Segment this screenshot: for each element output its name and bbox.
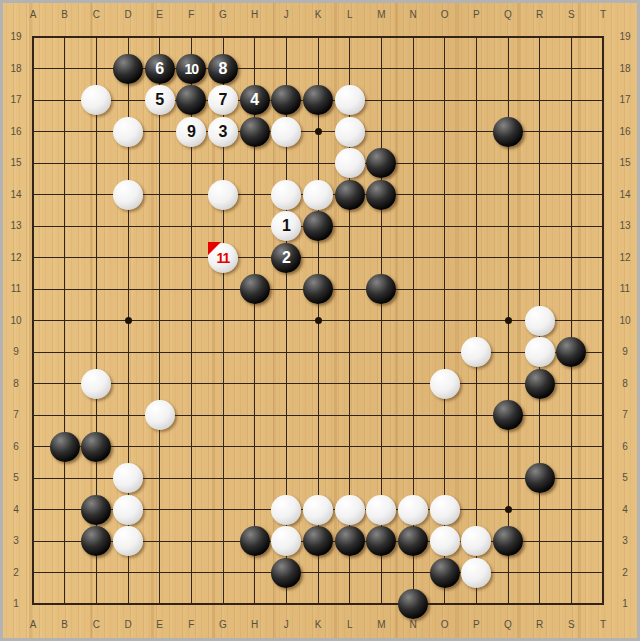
grid-line <box>571 36 572 605</box>
coord-label-row-18: 18 <box>614 63 636 75</box>
coord-label-col-T: T <box>592 9 614 21</box>
coord-label-row-12: 12 <box>5 252 27 264</box>
stone-black-E18: 6 <box>145 54 175 84</box>
stone-black-H17: 4 <box>240 85 270 115</box>
stone-white-G17: 7 <box>208 85 238 115</box>
coord-label-col-R: R <box>529 619 551 631</box>
coord-label-col-O: O <box>434 619 456 631</box>
coord-label-col-L: L <box>339 619 361 631</box>
stone-black-C3 <box>81 526 111 556</box>
stone-white-L16 <box>335 117 365 147</box>
coord-label-row-2: 2 <box>5 567 27 579</box>
move-number-8: 8 <box>208 54 238 84</box>
coord-label-row-14: 14 <box>614 189 636 201</box>
coord-label-col-S: S <box>560 9 582 21</box>
coord-label-row-19: 19 <box>5 31 27 43</box>
stone-black-M3 <box>366 526 396 556</box>
stone-white-D14 <box>113 180 143 210</box>
grid-line <box>32 446 604 447</box>
coord-label-row-7: 7 <box>5 409 27 421</box>
stone-white-R9 <box>525 337 555 367</box>
coord-label-row-5: 5 <box>5 472 27 484</box>
coord-label-col-P: P <box>465 9 487 21</box>
star-point-K10 <box>315 317 322 324</box>
coord-label-row-12: 12 <box>614 252 636 264</box>
stone-white-O4 <box>430 495 460 525</box>
move-number-1: 1 <box>271 211 301 241</box>
coord-label-row-15: 15 <box>5 157 27 169</box>
move-number-3: 3 <box>208 117 238 147</box>
coord-label-col-M: M <box>370 9 392 21</box>
stone-white-L15 <box>335 148 365 178</box>
coord-label-col-M: M <box>370 619 392 631</box>
coord-label-row-9: 9 <box>5 346 27 358</box>
grid-line <box>32 352 604 353</box>
coord-label-col-S: S <box>560 619 582 631</box>
stone-black-K13 <box>303 211 333 241</box>
coord-label-row-14: 14 <box>5 189 27 201</box>
stone-black-B6 <box>50 432 80 462</box>
last-move-marker <box>208 242 221 255</box>
coord-label-col-H: H <box>244 9 266 21</box>
coord-label-col-H: H <box>244 619 266 631</box>
stone-white-C8 <box>81 369 111 399</box>
move-number-10: 10 <box>176 54 206 84</box>
stone-white-J13: 1 <box>271 211 301 241</box>
stone-black-J12: 2 <box>271 243 301 273</box>
coord-label-row-17: 17 <box>614 94 636 106</box>
stone-white-P2 <box>461 558 491 588</box>
stone-white-D16 <box>113 117 143 147</box>
stone-white-G14 <box>208 180 238 210</box>
coord-label-row-13: 13 <box>614 220 636 232</box>
coord-label-row-17: 17 <box>5 94 27 106</box>
grid-line <box>32 572 604 573</box>
coord-label-row-6: 6 <box>5 441 27 453</box>
coord-label-row-4: 4 <box>614 504 636 516</box>
stone-white-J16 <box>271 117 301 147</box>
coord-label-col-D: D <box>117 619 139 631</box>
stone-black-J17 <box>271 85 301 115</box>
star-point-Q4 <box>505 506 512 513</box>
stone-black-G18: 8 <box>208 54 238 84</box>
stone-white-K4 <box>303 495 333 525</box>
coord-label-col-E: E <box>149 619 171 631</box>
coord-label-row-6: 6 <box>614 441 636 453</box>
stone-black-M15 <box>366 148 396 178</box>
coord-label-col-B: B <box>54 9 76 21</box>
stone-black-K17 <box>303 85 333 115</box>
stone-white-J4 <box>271 495 301 525</box>
coord-label-row-2: 2 <box>614 567 636 579</box>
stone-white-O3 <box>430 526 460 556</box>
stone-white-J14 <box>271 180 301 210</box>
coord-label-col-N: N <box>402 619 424 631</box>
stone-white-P3 <box>461 526 491 556</box>
coord-label-row-11: 11 <box>614 283 636 295</box>
stone-white-E17: 5 <box>145 85 175 115</box>
coord-label-row-13: 13 <box>5 220 27 232</box>
coord-label-row-8: 8 <box>614 378 636 390</box>
stone-black-K3 <box>303 526 333 556</box>
stone-black-H3 <box>240 526 270 556</box>
stone-black-K11 <box>303 274 333 304</box>
coord-label-col-J: J <box>275 9 297 21</box>
stone-black-Q16 <box>493 117 523 147</box>
move-number-4: 4 <box>240 85 270 115</box>
stone-white-D4 <box>113 495 143 525</box>
stone-white-M4 <box>366 495 396 525</box>
stone-black-Q7 <box>493 400 523 430</box>
coord-label-row-11: 11 <box>5 283 27 295</box>
coord-label-row-10: 10 <box>614 315 636 327</box>
move-number-7: 7 <box>208 85 238 115</box>
coord-label-row-19: 19 <box>614 31 636 43</box>
stone-white-C17 <box>81 85 111 115</box>
coord-label-col-N: N <box>402 9 424 21</box>
stone-black-C4 <box>81 495 111 525</box>
coord-label-col-O: O <box>434 9 456 21</box>
coord-label-col-C: C <box>85 619 107 631</box>
star-point-Q10 <box>505 317 512 324</box>
coord-label-col-Q: Q <box>497 619 519 631</box>
move-number-6: 6 <box>145 54 175 84</box>
coord-label-row-7: 7 <box>614 409 636 421</box>
stone-white-D3 <box>113 526 143 556</box>
coord-label-row-8: 8 <box>5 378 27 390</box>
stone-black-N1 <box>398 589 428 619</box>
grid-line <box>476 36 477 605</box>
stone-black-F17 <box>176 85 206 115</box>
coord-label-row-9: 9 <box>614 346 636 358</box>
coord-label-row-5: 5 <box>614 472 636 484</box>
star-point-K16 <box>315 128 322 135</box>
stone-black-F18: 10 <box>176 54 206 84</box>
stone-black-J2 <box>271 558 301 588</box>
coord-label-col-R: R <box>529 9 551 21</box>
stone-black-S9 <box>556 337 586 367</box>
stone-black-N3 <box>398 526 428 556</box>
stone-white-O8 <box>430 369 460 399</box>
stone-white-G16: 3 <box>208 117 238 147</box>
go-board[interactable]: AABBCCDDEEFFGGHHJJKKLLMMNNOOPPQQRRSSTT19… <box>0 0 640 641</box>
stone-white-F16: 9 <box>176 117 206 147</box>
coord-label-col-T: T <box>592 619 614 631</box>
stone-black-M14 <box>366 180 396 210</box>
stone-white-J3 <box>271 526 301 556</box>
coord-label-col-F: F <box>180 9 202 21</box>
stone-black-M11 <box>366 274 396 304</box>
coord-label-row-18: 18 <box>5 63 27 75</box>
stone-white-L4 <box>335 495 365 525</box>
coord-label-col-A: A <box>22 9 44 21</box>
stone-white-R10 <box>525 306 555 336</box>
coord-label-col-K: K <box>307 619 329 631</box>
stone-white-P9 <box>461 337 491 367</box>
stone-black-Q3 <box>493 526 523 556</box>
coord-label-col-J: J <box>275 619 297 631</box>
move-number-2: 2 <box>271 243 301 273</box>
stone-white-N4 <box>398 495 428 525</box>
coord-label-col-A: A <box>22 619 44 631</box>
coord-label-row-1: 1 <box>614 598 636 610</box>
stone-black-D18 <box>113 54 143 84</box>
coord-label-col-E: E <box>149 9 171 21</box>
grid-line <box>602 36 604 605</box>
coord-label-col-D: D <box>117 9 139 21</box>
grid-line <box>32 603 604 605</box>
coord-label-col-G: G <box>212 9 234 21</box>
coord-label-col-Q: Q <box>497 9 519 21</box>
stone-white-G12: 11 <box>208 243 238 273</box>
star-point-D10 <box>125 317 132 324</box>
move-number-5: 5 <box>145 85 175 115</box>
coord-label-row-16: 16 <box>614 126 636 138</box>
coord-label-row-3: 3 <box>614 535 636 547</box>
stone-black-H11 <box>240 274 270 304</box>
coord-label-row-15: 15 <box>614 157 636 169</box>
move-number-9: 9 <box>176 117 206 147</box>
stone-black-O2 <box>430 558 460 588</box>
stone-black-H16 <box>240 117 270 147</box>
coord-label-col-P: P <box>465 619 487 631</box>
stone-black-C6 <box>81 432 111 462</box>
coord-label-col-K: K <box>307 9 329 21</box>
stone-black-L3 <box>335 526 365 556</box>
coord-label-row-10: 10 <box>5 315 27 327</box>
coord-label-col-G: G <box>212 619 234 631</box>
coord-label-col-C: C <box>85 9 107 21</box>
coord-label-col-B: B <box>54 619 76 631</box>
coord-label-row-3: 3 <box>5 535 27 547</box>
stone-black-R8 <box>525 369 555 399</box>
coord-label-col-F: F <box>180 619 202 631</box>
stone-white-L17 <box>335 85 365 115</box>
stone-white-D5 <box>113 463 143 493</box>
stone-white-E7 <box>145 400 175 430</box>
grid-line <box>32 383 604 384</box>
coord-label-row-4: 4 <box>5 504 27 516</box>
coord-label-col-L: L <box>339 9 361 21</box>
stone-white-K14 <box>303 180 333 210</box>
coord-label-row-16: 16 <box>5 126 27 138</box>
stone-black-L14 <box>335 180 365 210</box>
stone-black-R5 <box>525 463 555 493</box>
coord-label-row-1: 1 <box>5 598 27 610</box>
